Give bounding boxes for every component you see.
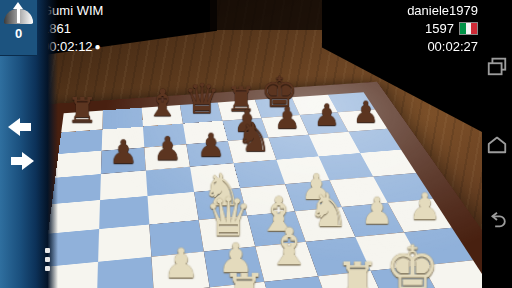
piece-white-rook[interactable]: ♜ xyxy=(221,267,267,288)
piece-white-pawn[interactable]: ♟ xyxy=(163,243,200,284)
turn-direction-badge: 0 xyxy=(0,0,37,56)
piece-black-bishop[interactable]: ♝ xyxy=(146,85,179,122)
android-navbar xyxy=(482,0,512,288)
black-player-panel: daniele1979 1597 00:02:27 xyxy=(407,2,478,56)
square-b2[interactable] xyxy=(97,257,154,288)
piece-white-bishop[interactable]: ♝ xyxy=(267,222,312,273)
app-screen: ♜♝♛♜♚♟♟♟♟♟♟♟♞♞♟♛♝♞♟♟♟♟♝♜♜♚ Gumi WIM 1861… xyxy=(0,0,512,288)
undo-move-button[interactable] xyxy=(8,118,34,136)
square-c6[interactable]: ♟ xyxy=(144,144,190,170)
square-b6[interactable]: ♟ xyxy=(101,147,146,174)
piece-black-pawn[interactable]: ♟ xyxy=(353,97,380,127)
recent-apps-button[interactable] xyxy=(486,54,508,78)
black-player-clock: 00:02:27 xyxy=(407,38,478,56)
recent-apps-icon xyxy=(486,54,508,78)
black-player-rating: 1597 xyxy=(407,20,478,38)
forward-arrow-icon xyxy=(22,152,34,170)
square-c4[interactable] xyxy=(147,192,198,225)
square-g1[interactable]: ♚ xyxy=(371,265,444,288)
back-button[interactable] xyxy=(486,208,508,232)
piece-white-pawn[interactable]: ♟ xyxy=(408,188,441,225)
header-middle-shadow xyxy=(210,0,330,30)
board-frame: ♜♝♛♜♚♟♟♟♟♟♟♟♞♞♟♛♝♞♟♟♟♟♝♜♜♚ xyxy=(0,82,512,288)
piece-white-pawn[interactable]: ♟ xyxy=(361,192,394,229)
left-toolbar: 0 xyxy=(0,0,58,288)
piece-black-pawn[interactable]: ♟ xyxy=(274,103,301,133)
italian-flag-icon xyxy=(459,22,478,35)
piece-white-king[interactable]: ♚ xyxy=(385,237,440,288)
piece-white-knight[interactable]: ♞ xyxy=(308,188,349,234)
square-d8[interactable]: ♛ xyxy=(180,102,223,123)
square-b3[interactable] xyxy=(98,224,151,261)
square-b5[interactable] xyxy=(100,170,147,200)
piece-black-queen[interactable]: ♛ xyxy=(184,78,221,119)
square-e6[interactable]: ♞ xyxy=(228,138,277,163)
piece-black-pawn[interactable]: ♟ xyxy=(109,135,138,168)
piece-black-knight[interactable]: ♞ xyxy=(236,118,271,157)
turn-indicator-dot: ● xyxy=(95,38,101,56)
square-b4[interactable] xyxy=(99,196,149,229)
square-h6[interactable] xyxy=(348,129,401,153)
back-icon xyxy=(486,208,508,232)
home-button[interactable] xyxy=(486,132,508,156)
square-a5[interactable] xyxy=(52,174,101,204)
piece-black-pawn[interactable]: ♟ xyxy=(313,100,340,130)
piece-white-rook[interactable]: ♜ xyxy=(335,255,380,288)
square-c2[interactable]: ♟ xyxy=(151,252,209,288)
piece-black-rook[interactable]: ♜ xyxy=(66,93,97,128)
black-player-name: daniele1979 xyxy=(407,2,478,20)
home-icon xyxy=(486,132,508,156)
material-score: 0 xyxy=(0,26,37,41)
piece-black-pawn[interactable]: ♟ xyxy=(153,132,182,164)
board-grid: ♜♝♛♜♚♟♟♟♟♟♟♟♞♞♟♛♝♞♟♟♟♟♝♜♜♚ xyxy=(33,92,497,288)
piece-black-pawn[interactable]: ♟ xyxy=(197,129,226,161)
redo-move-button[interactable] xyxy=(8,152,34,170)
chess-board: ♜♝♛♜♚♟♟♟♟♟♟♟♞♞♟♛♝♞♟♟♟♟♝♜♜♚ xyxy=(0,82,512,288)
square-f1[interactable]: ♜ xyxy=(318,271,388,288)
overflow-menu-button[interactable] xyxy=(43,248,53,274)
